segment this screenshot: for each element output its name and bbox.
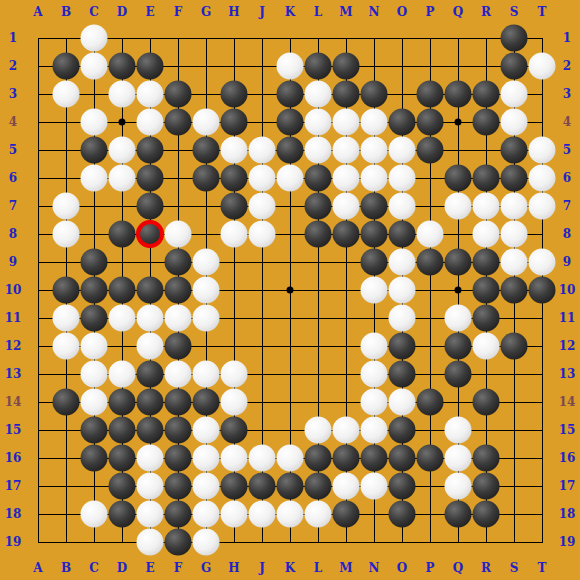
col-label-bottom-Q: Q (453, 562, 463, 574)
stone-white-B11[interactable] (53, 305, 80, 332)
stone-black-N8[interactable] (361, 221, 388, 248)
stone-black-E15[interactable] (137, 417, 164, 444)
stone-black-R11[interactable] (473, 305, 500, 332)
stone-black-F18[interactable] (165, 501, 192, 528)
stone-white-Q11[interactable] (445, 305, 472, 332)
row-label-right-6: 6 (563, 172, 571, 184)
stone-white-H18[interactable] (221, 501, 248, 528)
col-label-bottom-P: P (425, 562, 434, 574)
col-label-top-F: F (174, 6, 183, 18)
go-board[interactable]: AABBCCDDEEFFGGHHJJKKLLMMNNOOPPQQRRSSTT11… (0, 0, 580, 580)
stone-black-O18[interactable] (389, 501, 416, 528)
stone-white-E4[interactable] (137, 109, 164, 136)
stone-black-R6[interactable] (473, 165, 500, 192)
stone-black-P5[interactable] (417, 137, 444, 164)
stone-black-O16[interactable] (389, 445, 416, 472)
col-label-bottom-N: N (369, 562, 380, 574)
stone-white-C6[interactable] (81, 165, 108, 192)
stone-white-S9[interactable] (501, 249, 528, 276)
stone-black-F4[interactable] (165, 109, 192, 136)
stone-white-E16[interactable] (137, 445, 164, 472)
row-label-left-13: 13 (5, 368, 22, 380)
stone-black-Q12[interactable] (445, 333, 472, 360)
stone-white-E12[interactable] (137, 333, 164, 360)
stone-white-M6[interactable] (333, 165, 360, 192)
stone-white-H5[interactable] (221, 137, 248, 164)
row-label-right-5: 5 (563, 144, 571, 156)
stone-black-Q13[interactable] (445, 361, 472, 388)
row-label-left-19: 19 (5, 536, 22, 548)
stone-black-F15[interactable] (165, 417, 192, 444)
stone-white-B12[interactable] (53, 333, 80, 360)
stone-white-L18[interactable] (305, 501, 332, 528)
stone-black-P14[interactable] (417, 389, 444, 416)
stone-black-G6[interactable] (193, 165, 220, 192)
stone-white-T6[interactable] (529, 165, 556, 192)
row-label-left-9: 9 (9, 256, 17, 268)
row-label-left-12: 12 (5, 340, 22, 352)
row-label-right-19: 19 (559, 536, 576, 548)
stone-black-H17[interactable] (221, 473, 248, 500)
stone-black-Q6[interactable] (445, 165, 472, 192)
stone-white-F8[interactable] (165, 221, 192, 248)
stone-black-Q3[interactable] (445, 81, 472, 108)
stone-white-B7[interactable] (53, 193, 80, 220)
col-label-bottom-S: S (510, 562, 519, 574)
stone-white-D11[interactable] (109, 305, 136, 332)
star-point (287, 287, 294, 294)
stone-black-F19[interactable] (165, 529, 192, 556)
col-label-top-H: H (228, 6, 239, 18)
stone-white-L3[interactable] (305, 81, 332, 108)
stone-white-L15[interactable] (305, 417, 332, 444)
stone-black-R14[interactable] (473, 389, 500, 416)
stone-white-J18[interactable] (249, 501, 276, 528)
row-label-right-8: 8 (563, 228, 571, 240)
stone-black-G14[interactable] (193, 389, 220, 416)
stone-black-O17[interactable] (389, 473, 416, 500)
stone-black-D8[interactable] (109, 221, 136, 248)
stone-white-C1[interactable] (81, 25, 108, 52)
stone-white-N10[interactable] (361, 277, 388, 304)
stone-white-S8[interactable] (501, 221, 528, 248)
stone-white-G15[interactable] (193, 417, 220, 444)
stone-black-N16[interactable] (361, 445, 388, 472)
stone-black-N9[interactable] (361, 249, 388, 276)
stone-black-D2[interactable] (109, 53, 136, 80)
stone-white-B3[interactable] (53, 81, 80, 108)
stone-black-O12[interactable] (389, 333, 416, 360)
row-label-right-9: 9 (563, 256, 571, 268)
stone-black-P16[interactable] (417, 445, 444, 472)
stone-white-L5[interactable] (305, 137, 332, 164)
stone-black-N3[interactable] (361, 81, 388, 108)
stone-black-P4[interactable] (417, 109, 444, 136)
col-label-top-N: N (369, 6, 380, 18)
stone-white-T5[interactable] (529, 137, 556, 164)
stone-white-G11[interactable] (193, 305, 220, 332)
stone-black-O15[interactable] (389, 417, 416, 444)
star-point (455, 287, 462, 294)
col-label-bottom-D: D (117, 562, 127, 574)
stone-white-D6[interactable] (109, 165, 136, 192)
col-label-top-S: S (510, 6, 519, 18)
col-label-bottom-J: J (259, 562, 265, 574)
col-label-top-P: P (425, 6, 434, 18)
stone-black-E5[interactable] (137, 137, 164, 164)
stone-white-O6[interactable] (389, 165, 416, 192)
col-label-top-T: T (538, 6, 547, 18)
col-label-bottom-K: K (285, 562, 295, 574)
row-label-right-16: 16 (559, 452, 576, 464)
stone-white-E3[interactable] (137, 81, 164, 108)
stone-white-C14[interactable] (81, 389, 108, 416)
stone-black-E6[interactable] (137, 165, 164, 192)
row-label-right-18: 18 (559, 508, 576, 520)
stone-white-K6[interactable] (277, 165, 304, 192)
stone-black-M16[interactable] (333, 445, 360, 472)
stone-white-R12[interactable] (473, 333, 500, 360)
row-label-right-7: 7 (563, 200, 571, 212)
stone-white-G17[interactable] (193, 473, 220, 500)
stone-white-Q17[interactable] (445, 473, 472, 500)
stone-black-E13[interactable] (137, 361, 164, 388)
stone-white-O10[interactable] (389, 277, 416, 304)
stone-black-E7[interactable] (137, 193, 164, 220)
stone-black-E14[interactable] (137, 389, 164, 416)
stone-white-T2[interactable] (529, 53, 556, 80)
stone-black-O4[interactable] (389, 109, 416, 136)
stone-white-H8[interactable] (221, 221, 248, 248)
col-label-top-Q: Q (453, 6, 463, 18)
stone-white-O9[interactable] (389, 249, 416, 276)
stone-white-M15[interactable] (333, 417, 360, 444)
col-label-top-A: A (33, 6, 42, 18)
stone-black-L8[interactable] (305, 221, 332, 248)
row-label-right-14: 14 (559, 396, 576, 408)
stone-white-S4[interactable] (501, 109, 528, 136)
row-label-left-1: 1 (9, 32, 17, 44)
row-label-left-11: 11 (5, 312, 22, 324)
star-point (455, 119, 462, 126)
stone-black-C10[interactable] (81, 277, 108, 304)
stone-black-S6[interactable] (501, 165, 528, 192)
col-label-top-G: G (201, 6, 211, 18)
row-label-left-16: 16 (5, 452, 22, 464)
stone-black-D17[interactable] (109, 473, 136, 500)
row-label-left-2: 2 (9, 60, 17, 72)
grid-line-horizontal (38, 542, 543, 543)
stone-white-L4[interactable] (305, 109, 332, 136)
stone-black-F9[interactable] (165, 249, 192, 276)
stone-black-H15[interactable] (221, 417, 248, 444)
stone-white-P8[interactable] (417, 221, 444, 248)
stone-black-D14[interactable] (109, 389, 136, 416)
stone-white-J6[interactable] (249, 165, 276, 192)
stone-black-M18[interactable] (333, 501, 360, 528)
stone-black-M2[interactable] (333, 53, 360, 80)
stone-black-L17[interactable] (305, 473, 332, 500)
stone-black-R10[interactable] (473, 277, 500, 304)
stone-white-S3[interactable] (501, 81, 528, 108)
stone-black-B2[interactable] (53, 53, 80, 80)
stone-black-D16[interactable] (109, 445, 136, 472)
stone-black-L16[interactable] (305, 445, 332, 472)
row-label-right-3: 3 (563, 88, 571, 100)
stone-white-E17[interactable] (137, 473, 164, 500)
row-label-left-3: 3 (9, 88, 17, 100)
stone-white-G19[interactable] (193, 529, 220, 556)
stone-white-M4[interactable] (333, 109, 360, 136)
stone-black-F3[interactable] (165, 81, 192, 108)
col-label-top-M: M (339, 6, 352, 18)
stone-white-C2[interactable] (81, 53, 108, 80)
stone-white-D5[interactable] (109, 137, 136, 164)
stone-white-E11[interactable] (137, 305, 164, 332)
stone-black-R16[interactable] (473, 445, 500, 472)
col-label-top-B: B (61, 6, 71, 18)
stone-black-H6[interactable] (221, 165, 248, 192)
stone-white-O5[interactable] (389, 137, 416, 164)
stone-black-N7[interactable] (361, 193, 388, 220)
stone-white-H13[interactable] (221, 361, 248, 388)
stone-black-K17[interactable] (277, 473, 304, 500)
row-label-right-13: 13 (559, 368, 576, 380)
stone-black-R17[interactable] (473, 473, 500, 500)
last-move-marker (136, 220, 164, 248)
stone-white-O14[interactable] (389, 389, 416, 416)
stone-white-C4[interactable] (81, 109, 108, 136)
stone-black-F12[interactable] (165, 333, 192, 360)
stone-black-D15[interactable] (109, 417, 136, 444)
stone-black-B14[interactable] (53, 389, 80, 416)
col-label-bottom-E: E (145, 562, 154, 574)
col-label-top-L: L (314, 6, 322, 18)
stone-black-P9[interactable] (417, 249, 444, 276)
col-label-top-D: D (117, 6, 127, 18)
col-label-top-K: K (285, 6, 295, 18)
stone-white-N4[interactable] (361, 109, 388, 136)
stone-black-Q18[interactable] (445, 501, 472, 528)
stone-black-R18[interactable] (473, 501, 500, 528)
stone-black-L2[interactable] (305, 53, 332, 80)
col-label-bottom-R: R (481, 562, 491, 574)
stone-black-O8[interactable] (389, 221, 416, 248)
stone-white-K18[interactable] (277, 501, 304, 528)
stone-black-K5[interactable] (277, 137, 304, 164)
stone-white-G4[interactable] (193, 109, 220, 136)
row-label-left-10: 10 (5, 284, 22, 296)
col-label-bottom-L: L (314, 562, 322, 574)
stone-white-O11[interactable] (389, 305, 416, 332)
stone-white-H16[interactable] (221, 445, 248, 472)
stone-white-C12[interactable] (81, 333, 108, 360)
row-label-left-7: 7 (9, 200, 17, 212)
col-label-top-C: C (89, 6, 99, 18)
stone-black-E10[interactable] (137, 277, 164, 304)
stone-black-F14[interactable] (165, 389, 192, 416)
stone-black-E2[interactable] (137, 53, 164, 80)
stone-white-D3[interactable] (109, 81, 136, 108)
stone-white-M7[interactable] (333, 193, 360, 220)
row-label-right-12: 12 (559, 340, 576, 352)
row-label-right-1: 1 (563, 32, 571, 44)
stone-white-G10[interactable] (193, 277, 220, 304)
stone-black-C9[interactable] (81, 249, 108, 276)
stone-white-E18[interactable] (137, 501, 164, 528)
row-label-right-17: 17 (559, 480, 576, 492)
stone-black-D18[interactable] (109, 501, 136, 528)
stone-white-H14[interactable] (221, 389, 248, 416)
stone-black-S5[interactable] (501, 137, 528, 164)
stone-white-N17[interactable] (361, 473, 388, 500)
star-point (119, 119, 126, 126)
stone-white-K16[interactable] (277, 445, 304, 472)
stone-black-J17[interactable] (249, 473, 276, 500)
col-label-bottom-M: M (339, 562, 352, 574)
stone-black-M3[interactable] (333, 81, 360, 108)
stone-white-R8[interactable] (473, 221, 500, 248)
stone-black-L7[interactable] (305, 193, 332, 220)
col-label-bottom-F: F (174, 562, 183, 574)
stone-black-B10[interactable] (53, 277, 80, 304)
stone-white-N13[interactable] (361, 361, 388, 388)
stone-white-G16[interactable] (193, 445, 220, 472)
stone-white-F11[interactable] (165, 305, 192, 332)
stone-white-G13[interactable] (193, 361, 220, 388)
stone-white-G18[interactable] (193, 501, 220, 528)
stone-black-H4[interactable] (221, 109, 248, 136)
stone-white-J7[interactable] (249, 193, 276, 220)
stone-black-R3[interactable] (473, 81, 500, 108)
row-label-right-2: 2 (563, 60, 571, 72)
stone-white-O7[interactable] (389, 193, 416, 220)
stone-white-T9[interactable] (529, 249, 556, 276)
stone-black-F17[interactable] (165, 473, 192, 500)
stone-white-J8[interactable] (249, 221, 276, 248)
row-label-left-15: 15 (5, 424, 22, 436)
stone-black-H3[interactable] (221, 81, 248, 108)
row-label-left-5: 5 (9, 144, 17, 156)
col-label-bottom-O: O (397, 562, 407, 574)
col-label-bottom-A: A (33, 562, 42, 574)
row-label-left-6: 6 (9, 172, 17, 184)
col-label-top-O: O (397, 6, 407, 18)
row-label-left-17: 17 (5, 480, 22, 492)
stone-white-K2[interactable] (277, 53, 304, 80)
stone-white-C13[interactable] (81, 361, 108, 388)
stone-white-S7[interactable] (501, 193, 528, 220)
stone-black-C5[interactable] (81, 137, 108, 164)
col-label-top-J: J (259, 6, 265, 18)
stone-black-S1[interactable] (501, 25, 528, 52)
col-label-top-R: R (481, 6, 491, 18)
row-label-left-18: 18 (5, 508, 22, 520)
stone-white-N5[interactable] (361, 137, 388, 164)
stone-white-E19[interactable] (137, 529, 164, 556)
stone-white-J16[interactable] (249, 445, 276, 472)
stone-black-C16[interactable] (81, 445, 108, 472)
stone-black-H7[interactable] (221, 193, 248, 220)
stone-black-R4[interactable] (473, 109, 500, 136)
stone-white-T7[interactable] (529, 193, 556, 220)
col-label-bottom-T: T (538, 562, 547, 574)
row-label-right-4: 4 (563, 116, 571, 128)
row-label-right-15: 15 (559, 424, 576, 436)
stone-white-N12[interactable] (361, 333, 388, 360)
stone-black-Q9[interactable] (445, 249, 472, 276)
col-label-bottom-H: H (228, 562, 239, 574)
stone-black-K3[interactable] (277, 81, 304, 108)
col-label-top-E: E (145, 6, 154, 18)
stone-black-R9[interactable] (473, 249, 500, 276)
stone-black-F16[interactable] (165, 445, 192, 472)
stone-black-M8[interactable] (333, 221, 360, 248)
row-label-right-10: 10 (559, 284, 576, 296)
stone-black-S12[interactable] (501, 333, 528, 360)
stone-white-F13[interactable] (165, 361, 192, 388)
stone-black-S2[interactable] (501, 53, 528, 80)
stone-black-C15[interactable] (81, 417, 108, 444)
stone-black-K4[interactable] (277, 109, 304, 136)
stone-black-P3[interactable] (417, 81, 444, 108)
stone-white-R7[interactable] (473, 193, 500, 220)
col-label-bottom-B: B (61, 562, 71, 574)
stone-white-D13[interactable] (109, 361, 136, 388)
stone-white-M17[interactable] (333, 473, 360, 500)
col-label-bottom-G: G (201, 562, 211, 574)
stone-white-Q7[interactable] (445, 193, 472, 220)
col-label-bottom-C: C (89, 562, 99, 574)
stone-white-J5[interactable] (249, 137, 276, 164)
row-label-right-11: 11 (559, 312, 576, 324)
stone-black-T10[interactable] (529, 277, 556, 304)
stone-white-M5[interactable] (333, 137, 360, 164)
stone-black-S10[interactable] (501, 277, 528, 304)
stone-white-G9[interactable] (193, 249, 220, 276)
stone-white-C18[interactable] (81, 501, 108, 528)
stone-white-N6[interactable] (361, 165, 388, 192)
stone-black-O13[interactable] (389, 361, 416, 388)
row-label-left-8: 8 (9, 228, 17, 240)
stone-black-C11[interactable] (81, 305, 108, 332)
stone-black-L6[interactable] (305, 165, 332, 192)
stone-white-Q16[interactable] (445, 445, 472, 472)
stone-white-Q15[interactable] (445, 417, 472, 444)
stone-black-G5[interactable] (193, 137, 220, 164)
row-label-left-14: 14 (5, 396, 22, 408)
stone-white-B8[interactable] (53, 221, 80, 248)
stone-black-F10[interactable] (165, 277, 192, 304)
stone-white-N14[interactable] (361, 389, 388, 416)
stone-black-D10[interactable] (109, 277, 136, 304)
row-label-left-4: 4 (9, 116, 17, 128)
stone-white-N15[interactable] (361, 417, 388, 444)
